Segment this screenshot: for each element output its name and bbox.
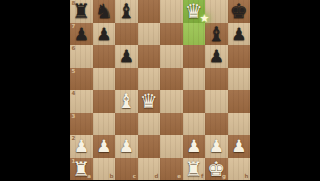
file-label-h: h [245,174,249,180]
piece-black-bishop[interactable]: ♝ [117,0,135,23]
rank-label-3: 3 [72,114,76,120]
square-f5[interactable] [183,68,206,91]
piece-black-pawn[interactable]: ♟ [74,23,89,46]
piece-white-pawn[interactable]: ♟ [186,135,201,158]
square-b3[interactable] [93,113,116,136]
square-a3[interactable]: 3 [70,113,93,136]
square-f1[interactable]: f♜ [183,158,206,181]
square-f3[interactable] [183,113,206,136]
rank-label-4: 4 [72,91,76,97]
piece-black-pawn[interactable]: ♟ [119,45,134,68]
square-h2[interactable]: ♟ [228,135,251,158]
square-h1[interactable]: h [228,158,251,181]
square-e8[interactable] [160,0,183,23]
file-label-c: c [133,174,136,180]
square-g2[interactable]: ♟ [205,135,228,158]
square-b7[interactable]: ♟ [93,23,116,46]
piece-black-knight[interactable]: ♞ [95,0,113,23]
square-g3[interactable] [205,113,228,136]
square-h6[interactable] [228,45,251,68]
square-d7[interactable] [138,23,161,46]
rank-label-5: 5 [72,69,76,75]
square-e7[interactable] [160,23,183,46]
square-g1[interactable]: g♚ [205,158,228,181]
square-h5[interactable] [228,68,251,91]
square-e5[interactable] [160,68,183,91]
square-b1[interactable]: b [93,158,116,181]
piece-white-queen[interactable]: ♛ [140,90,158,113]
piece-white-pawn[interactable]: ♟ [74,135,89,158]
piece-white-king[interactable]: ♚ [207,158,225,181]
chess-board: ★ 8♜♞♝♛♚7♟♟♝♟6♟♟54♝♛32♟♟♟♟♟♟a1♜bcdef♜g♚h [70,0,250,180]
square-a2[interactable]: 2♟ [70,135,93,158]
piece-black-king[interactable]: ♚ [230,0,248,23]
square-b5[interactable] [93,68,116,91]
square-c5[interactable] [115,68,138,91]
square-c1[interactable]: c [115,158,138,181]
square-d2[interactable] [138,135,161,158]
square-c2[interactable]: ♟ [115,135,138,158]
square-d4[interactable]: ♛ [138,90,161,113]
square-d8[interactable] [138,0,161,23]
square-b4[interactable] [93,90,116,113]
piece-black-pawn[interactable]: ♟ [209,45,224,68]
square-h4[interactable] [228,90,251,113]
square-e6[interactable] [160,45,183,68]
rank-label-6: 6 [72,46,76,52]
file-label-e: e [177,174,181,180]
piece-black-pawn[interactable]: ♟ [96,23,111,46]
square-c3[interactable] [115,113,138,136]
square-c4[interactable]: ♝ [115,90,138,113]
square-e2[interactable] [160,135,183,158]
square-a4[interactable]: 4 [70,90,93,113]
square-c6[interactable]: ♟ [115,45,138,68]
square-b2[interactable]: ♟ [93,135,116,158]
square-e3[interactable] [160,113,183,136]
piece-black-pawn[interactable]: ♟ [231,23,246,46]
piece-white-rook[interactable]: ♜ [72,158,90,181]
square-b6[interactable] [93,45,116,68]
square-g5[interactable] [205,68,228,91]
square-h7[interactable]: ♟ [228,23,251,46]
square-f6[interactable] [183,45,206,68]
square-f4[interactable] [183,90,206,113]
square-a1[interactable]: a1♜ [70,158,93,181]
file-label-d: d [155,174,159,180]
square-a5[interactable]: 5 [70,68,93,91]
square-g4[interactable] [205,90,228,113]
file-label-b: b [110,174,114,180]
best-move-star-icon: ★ [196,10,213,27]
square-a8[interactable]: 8♜ [70,0,93,23]
square-c8[interactable]: ♝ [115,0,138,23]
square-d6[interactable] [138,45,161,68]
piece-white-bishop[interactable]: ♝ [117,90,135,113]
square-a6[interactable]: 6 [70,45,93,68]
square-c7[interactable] [115,23,138,46]
piece-black-rook[interactable]: ♜ [72,0,90,23]
piece-white-pawn[interactable]: ♟ [209,135,224,158]
piece-white-pawn[interactable]: ♟ [96,135,111,158]
piece-white-pawn[interactable]: ♟ [231,135,246,158]
square-b8[interactable]: ♞ [93,0,116,23]
letterbox-background: ★ 8♜♞♝♛♚7♟♟♝♟6♟♟54♝♛32♟♟♟♟♟♟a1♜bcdef♜g♚h [0,0,320,180]
square-d5[interactable] [138,68,161,91]
square-h3[interactable] [228,113,251,136]
piece-white-pawn[interactable]: ♟ [119,135,134,158]
square-e4[interactable] [160,90,183,113]
square-d1[interactable]: d [138,158,161,181]
square-d3[interactable] [138,113,161,136]
square-g6[interactable]: ♟ [205,45,228,68]
square-f2[interactable]: ♟ [183,135,206,158]
piece-white-rook[interactable]: ♜ [185,158,203,181]
square-e1[interactable]: e [160,158,183,181]
square-a7[interactable]: 7♟ [70,23,93,46]
square-h8[interactable]: ♚ [228,0,251,23]
